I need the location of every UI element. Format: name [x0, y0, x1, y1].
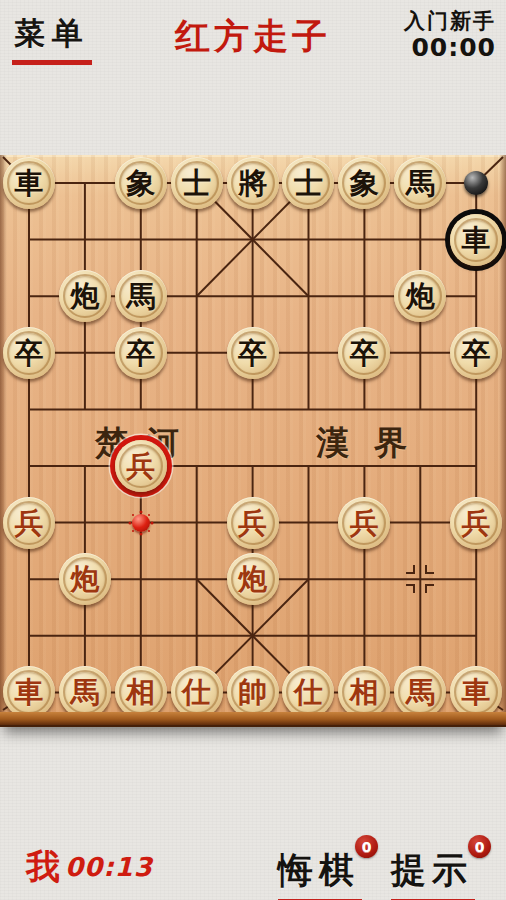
piece-red-soldier[interactable]: 兵: [3, 497, 55, 549]
me-label: 我: [26, 844, 60, 890]
piece-black-cannon[interactable]: 炮: [59, 270, 111, 322]
hint-label: 提示: [391, 850, 473, 890]
piece-glyph: 兵: [462, 508, 491, 538]
piece-glyph: 士: [294, 168, 323, 198]
piece-black-chariot[interactable]: 車: [450, 214, 502, 266]
piece-glyph: 馬: [406, 168, 435, 198]
piece-glyph: 兵: [14, 508, 43, 538]
piece-glyph: 馬: [406, 677, 435, 707]
empty-point-cross-marker: [405, 564, 435, 594]
piece-glyph: 仕: [294, 677, 323, 707]
piece-red-cannon[interactable]: 炮: [59, 553, 111, 605]
piece-glyph: 將: [238, 168, 267, 198]
piece-red-elephant[interactable]: 相: [338, 666, 390, 718]
piece-red-cannon[interactable]: 炮: [227, 553, 279, 605]
piece-red-general[interactable]: 帥: [227, 666, 279, 718]
piece-glyph: 車: [462, 225, 491, 255]
piece-red-advisor[interactable]: 仕: [171, 666, 223, 718]
piece-black-soldier[interactable]: 卒: [338, 327, 390, 379]
my-clock: 我 00:13: [26, 844, 153, 890]
piece-red-elephant[interactable]: 相: [115, 666, 167, 718]
app-screen: 菜单 红方走子 入门新手 00:00 楚河 漢界 車象士將士象馬車炮馬炮卒卒卒卒…: [0, 0, 506, 900]
piece-red-advisor[interactable]: 仕: [282, 666, 334, 718]
piece-layer: 車象士將士象馬車炮馬炮卒卒卒卒卒兵兵兵兵兵炮炮車馬相仕帥仕相馬車: [1, 155, 504, 721]
undo-count-badge: 0: [355, 835, 378, 858]
difficulty-label: 入门新手: [404, 7, 496, 35]
piece-red-horse[interactable]: 馬: [394, 666, 446, 718]
hint-count-badge: 0: [468, 835, 491, 858]
piece-glyph: 車: [462, 677, 491, 707]
piece-red-soldier[interactable]: 兵: [227, 497, 279, 549]
piece-red-soldier[interactable]: 兵: [115, 440, 167, 492]
black-move-origin-dot-marker: [464, 171, 488, 195]
piece-glyph: 炮: [406, 281, 435, 311]
piece-glyph: 卒: [126, 338, 155, 368]
board-bottom-edge: [0, 712, 506, 727]
piece-black-elephant[interactable]: 象: [115, 157, 167, 209]
piece-black-advisor[interactable]: 士: [282, 157, 334, 209]
undo-button[interactable]: 悔棋 0: [278, 847, 362, 900]
piece-glyph: 馬: [126, 281, 155, 311]
piece-glyph: 兵: [126, 451, 155, 481]
my-timer: 00:13: [65, 852, 153, 882]
piece-glyph: 卒: [462, 338, 491, 368]
piece-glyph: 炮: [70, 564, 99, 594]
menu-button[interactable]: 菜单: [12, 13, 92, 65]
piece-black-elephant[interactable]: 象: [338, 157, 390, 209]
piece-black-soldier[interactable]: 卒: [115, 327, 167, 379]
piece-glyph: 仕: [182, 677, 211, 707]
piece-glyph: 卒: [238, 338, 267, 368]
undo-label: 悔棋: [278, 850, 360, 890]
opponent-info: 入门新手 00:00: [404, 7, 496, 62]
piece-red-chariot[interactable]: 車: [3, 666, 55, 718]
piece-glyph: 士: [182, 168, 211, 198]
opponent-timer: 00:00: [404, 33, 496, 62]
piece-glyph: 象: [126, 168, 155, 198]
piece-black-advisor[interactable]: 士: [171, 157, 223, 209]
piece-black-general[interactable]: 將: [227, 157, 279, 209]
piece-black-horse[interactable]: 馬: [115, 270, 167, 322]
piece-glyph: 帥: [238, 677, 267, 707]
piece-glyph: 卒: [350, 338, 379, 368]
piece-red-soldier[interactable]: 兵: [450, 497, 502, 549]
piece-glyph: 象: [350, 168, 379, 198]
piece-red-chariot[interactable]: 車: [450, 666, 502, 718]
piece-glyph: 相: [350, 677, 379, 707]
piece-glyph: 相: [126, 677, 155, 707]
piece-black-chariot[interactable]: 車: [3, 157, 55, 209]
piece-black-soldier[interactable]: 卒: [3, 327, 55, 379]
piece-red-horse[interactable]: 馬: [59, 666, 111, 718]
piece-glyph: 車: [14, 168, 43, 198]
piece-black-cannon[interactable]: 炮: [394, 270, 446, 322]
piece-black-soldier[interactable]: 卒: [227, 327, 279, 379]
piece-glyph: 車: [14, 677, 43, 707]
piece-black-horse[interactable]: 馬: [394, 157, 446, 209]
red-move-origin-dot-marker: [132, 514, 150, 532]
piece-glyph: 卒: [14, 338, 43, 368]
xiangqi-board[interactable]: 楚河 漢界 車象士將士象馬車炮馬炮卒卒卒卒卒兵兵兵兵兵炮炮車馬相仕帥仕相馬車: [0, 155, 506, 727]
piece-red-soldier[interactable]: 兵: [338, 497, 390, 549]
piece-glyph: 兵: [350, 508, 379, 538]
piece-glyph: 馬: [70, 677, 99, 707]
hint-button[interactable]: 提示 0: [391, 847, 475, 900]
piece-black-soldier[interactable]: 卒: [450, 327, 502, 379]
piece-glyph: 炮: [238, 564, 267, 594]
piece-glyph: 兵: [238, 508, 267, 538]
turn-status-title: 红方走子: [175, 13, 331, 60]
piece-glyph: 炮: [70, 281, 99, 311]
